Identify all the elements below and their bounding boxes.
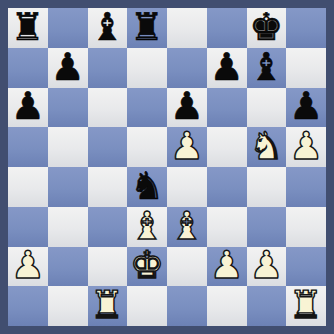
square-f8[interactable] [207, 8, 247, 48]
square-e8[interactable] [167, 8, 207, 48]
square-f3[interactable] [207, 207, 247, 247]
square-h4[interactable] [286, 167, 326, 207]
square-f1[interactable] [207, 286, 247, 326]
square-g2[interactable]: ♟ [247, 247, 287, 287]
square-g3[interactable] [247, 207, 287, 247]
square-a8[interactable]: ♜ [8, 8, 48, 48]
square-e6[interactable]: ♟ [167, 88, 207, 128]
white-pawn-icon[interactable]: ♟ [249, 247, 283, 285]
square-a2[interactable]: ♟ [8, 247, 48, 287]
white-pawn-icon[interactable]: ♟ [170, 127, 204, 165]
chess-board: ♜♝♜♚♟♟♝♟♟♟♟♞♟♞♝♝♟♚♟♟♜♜ [8, 8, 326, 326]
square-c4[interactable] [88, 167, 128, 207]
square-b2[interactable] [48, 247, 88, 287]
square-h1[interactable]: ♜ [286, 286, 326, 326]
square-h7[interactable] [286, 48, 326, 88]
square-a4[interactable] [8, 167, 48, 207]
white-pawn-icon[interactable]: ♟ [11, 247, 45, 285]
square-b4[interactable] [48, 167, 88, 207]
black-bishop-icon[interactable]: ♝ [90, 8, 124, 46]
square-h5[interactable]: ♟ [286, 127, 326, 167]
black-rook-icon[interactable]: ♜ [130, 8, 164, 46]
square-c7[interactable] [88, 48, 128, 88]
black-pawn-icon[interactable]: ♟ [210, 48, 244, 86]
square-h3[interactable] [286, 207, 326, 247]
white-king-icon[interactable]: ♚ [130, 247, 164, 285]
square-a7[interactable] [8, 48, 48, 88]
square-f6[interactable] [207, 88, 247, 128]
square-b1[interactable] [48, 286, 88, 326]
square-d7[interactable] [127, 48, 167, 88]
white-bishop-icon[interactable]: ♝ [130, 207, 164, 245]
square-c6[interactable] [88, 88, 128, 128]
black-pawn-icon[interactable]: ♟ [11, 88, 45, 126]
square-g4[interactable] [247, 167, 287, 207]
square-b8[interactable] [48, 8, 88, 48]
square-a1[interactable] [8, 286, 48, 326]
square-d5[interactable] [127, 127, 167, 167]
square-c3[interactable] [88, 207, 128, 247]
black-bishop-icon[interactable]: ♝ [249, 48, 283, 86]
black-pawn-icon[interactable]: ♟ [51, 48, 85, 86]
square-a5[interactable] [8, 127, 48, 167]
square-f7[interactable]: ♟ [207, 48, 247, 88]
square-c5[interactable] [88, 127, 128, 167]
square-b5[interactable] [48, 127, 88, 167]
square-b7[interactable]: ♟ [48, 48, 88, 88]
white-pawn-icon[interactable]: ♟ [210, 247, 244, 285]
square-c8[interactable]: ♝ [88, 8, 128, 48]
square-c1[interactable]: ♜ [88, 286, 128, 326]
square-e7[interactable] [167, 48, 207, 88]
white-bishop-icon[interactable]: ♝ [170, 207, 204, 245]
square-g7[interactable]: ♝ [247, 48, 287, 88]
square-d2[interactable]: ♚ [127, 247, 167, 287]
square-g6[interactable] [247, 88, 287, 128]
square-f5[interactable] [207, 127, 247, 167]
black-rook-icon[interactable]: ♜ [11, 8, 45, 46]
board-frame: ♜♝♜♚♟♟♝♟♟♟♟♞♟♞♝♝♟♚♟♟♜♜ [0, 0, 334, 334]
black-pawn-icon[interactable]: ♟ [289, 88, 323, 126]
square-f2[interactable]: ♟ [207, 247, 247, 287]
square-h8[interactable] [286, 8, 326, 48]
square-a3[interactable] [8, 207, 48, 247]
square-d1[interactable] [127, 286, 167, 326]
square-h6[interactable]: ♟ [286, 88, 326, 128]
square-b6[interactable] [48, 88, 88, 128]
square-g5[interactable]: ♞ [247, 127, 287, 167]
square-c2[interactable] [88, 247, 128, 287]
black-pawn-icon[interactable]: ♟ [170, 88, 204, 126]
square-e5[interactable]: ♟ [167, 127, 207, 167]
square-b3[interactable] [48, 207, 88, 247]
square-h2[interactable] [286, 247, 326, 287]
square-d8[interactable]: ♜ [127, 8, 167, 48]
black-king-icon[interactable]: ♚ [249, 8, 283, 46]
square-d4[interactable]: ♞ [127, 167, 167, 207]
white-rook-icon[interactable]: ♜ [289, 286, 323, 324]
square-g8[interactable]: ♚ [247, 8, 287, 48]
black-knight-icon[interactable]: ♞ [130, 167, 164, 205]
white-knight-icon[interactable]: ♞ [249, 127, 283, 165]
square-d3[interactable]: ♝ [127, 207, 167, 247]
square-a6[interactable]: ♟ [8, 88, 48, 128]
square-d6[interactable] [127, 88, 167, 128]
white-pawn-icon[interactable]: ♟ [289, 127, 323, 165]
square-e1[interactable] [167, 286, 207, 326]
square-e3[interactable]: ♝ [167, 207, 207, 247]
square-e4[interactable] [167, 167, 207, 207]
white-rook-icon[interactable]: ♜ [90, 286, 124, 324]
square-g1[interactable] [247, 286, 287, 326]
square-f4[interactable] [207, 167, 247, 207]
square-e2[interactable] [167, 247, 207, 287]
